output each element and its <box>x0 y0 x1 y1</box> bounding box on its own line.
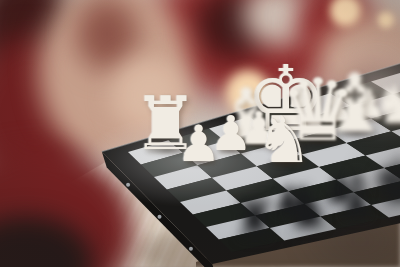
knight-glyph: ♞ <box>255 108 312 172</box>
pawn-glyph: ♟ <box>177 119 222 169</box>
rook-glyph: ♜ <box>231 193 279 247</box>
bishop-glyph: ♝ <box>330 165 384 225</box>
pieces-layer: ♜♟♟♝♟♚♟♞♛♟♝♟♞♜♟♞♟♝♚ <box>0 0 400 267</box>
knight-glyph: ♞ <box>280 178 332 236</box>
photo-scene: ♜♟♟♝♟♚♟♞♛♟♝♟♞♜♟♞♟♝♚ <box>0 0 400 267</box>
